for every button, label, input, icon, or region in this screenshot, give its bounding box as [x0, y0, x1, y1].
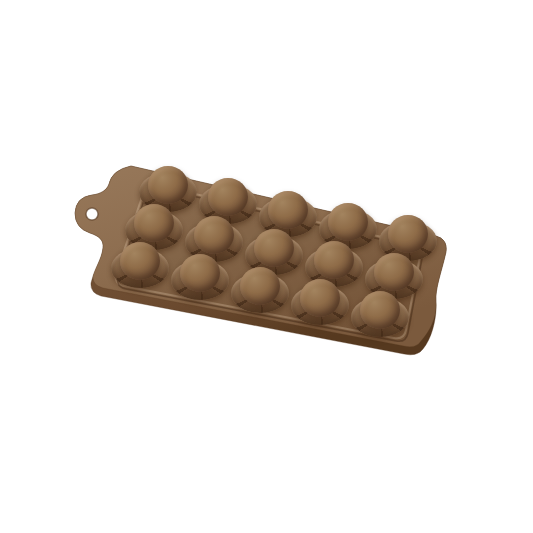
cavity-bump-r3c4	[291, 279, 349, 325]
cavity-dome	[134, 204, 174, 242]
cavity-dome	[374, 253, 414, 291]
cavity-bump-r3c5	[351, 291, 409, 337]
cavity-dome	[148, 166, 188, 204]
cavity-dome	[388, 215, 428, 253]
cavity-bumps	[0, 0, 533, 533]
cavity-dome	[300, 279, 340, 317]
cavity-dome	[194, 216, 234, 254]
cavity-dome	[268, 191, 308, 229]
cavity-dome	[208, 178, 248, 216]
cavity-dome	[180, 254, 220, 292]
product-photo-stage	[0, 0, 533, 533]
cavity-bump-r3c1	[111, 242, 169, 288]
cavity-dome	[328, 203, 368, 241]
cavity-dome	[254, 229, 294, 267]
cavity-dome	[120, 242, 160, 280]
cavity-dome	[314, 241, 354, 279]
cavity-dome	[360, 291, 400, 329]
cavity-dome	[240, 267, 280, 305]
cavity-bump-r3c2	[171, 254, 229, 300]
cavity-bump-r3c3	[231, 267, 289, 313]
